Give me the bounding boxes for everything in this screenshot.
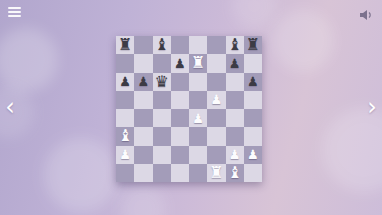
piece-black-bishop-g8[interactable]: ♝ bbox=[227, 37, 241, 53]
square-h8[interactable]: ♜ bbox=[244, 36, 262, 54]
square-f4[interactable] bbox=[207, 109, 225, 127]
square-b2[interactable] bbox=[134, 146, 152, 164]
square-a6[interactable]: ♟ bbox=[116, 73, 134, 91]
square-f3[interactable] bbox=[207, 127, 225, 145]
square-f7[interactable] bbox=[207, 54, 225, 72]
square-a8[interactable]: ♜ bbox=[116, 36, 134, 54]
square-a5[interactable] bbox=[116, 91, 134, 109]
piece-white-rook-e7[interactable]: ♜ bbox=[191, 55, 205, 71]
piece-white-rook-f1[interactable]: ♜ bbox=[209, 164, 223, 180]
piece-black-pawn-h6[interactable]: ♟ bbox=[247, 75, 259, 88]
square-d1[interactable] bbox=[171, 164, 189, 182]
square-c2[interactable] bbox=[153, 146, 171, 164]
piece-white-bishop-g1[interactable]: ♝ bbox=[227, 164, 241, 180]
square-c6[interactable]: ♛ bbox=[153, 73, 171, 91]
square-e2[interactable] bbox=[189, 146, 207, 164]
piece-white-pawn-f5[interactable]: ♟ bbox=[211, 93, 223, 106]
square-c7[interactable] bbox=[153, 54, 171, 72]
piece-black-pawn-a6[interactable]: ♟ bbox=[119, 75, 131, 88]
square-e6[interactable] bbox=[189, 73, 207, 91]
square-h2[interactable]: ♟ bbox=[244, 146, 262, 164]
square-a7[interactable] bbox=[116, 54, 134, 72]
piece-white-pawn-a2[interactable]: ♟ bbox=[119, 148, 131, 161]
square-h7[interactable] bbox=[244, 54, 262, 72]
square-d8[interactable] bbox=[171, 36, 189, 54]
bokeh-light bbox=[272, 10, 334, 72]
square-c4[interactable] bbox=[153, 109, 171, 127]
square-h4[interactable] bbox=[244, 109, 262, 127]
square-g8[interactable]: ♝ bbox=[226, 36, 244, 54]
square-e7[interactable]: ♜ bbox=[189, 54, 207, 72]
square-g3[interactable] bbox=[226, 127, 244, 145]
piece-white-pawn-e4[interactable]: ♟ bbox=[192, 111, 204, 124]
piece-black-queen-c6[interactable]: ♛ bbox=[154, 73, 168, 89]
square-g2[interactable]: ♟ bbox=[226, 146, 244, 164]
piece-black-rook-h8[interactable]: ♜ bbox=[246, 37, 260, 53]
square-e3[interactable] bbox=[189, 127, 207, 145]
square-b6[interactable]: ♟ bbox=[134, 73, 152, 91]
square-d7[interactable]: ♟ bbox=[171, 54, 189, 72]
next-puzzle-button[interactable]: › bbox=[365, 96, 379, 118]
square-f6[interactable] bbox=[207, 73, 225, 91]
square-b1[interactable] bbox=[134, 164, 152, 182]
prev-puzzle-button[interactable]: ‹ bbox=[3, 96, 17, 118]
square-a3[interactable]: ♝ bbox=[116, 127, 134, 145]
app-window: ‹ › ♜♝♝♜♟♜♟♟♟♛♟♟♟♝♟♟♟♜♝ bbox=[0, 0, 382, 215]
square-a1[interactable] bbox=[116, 164, 134, 182]
piece-black-pawn-b6[interactable]: ♟ bbox=[138, 75, 150, 88]
square-h1[interactable] bbox=[244, 164, 262, 182]
square-e4[interactable]: ♟ bbox=[189, 109, 207, 127]
bokeh-light bbox=[44, 138, 118, 212]
square-a2[interactable]: ♟ bbox=[116, 146, 134, 164]
piece-black-bishop-c8[interactable]: ♝ bbox=[154, 37, 168, 53]
square-f5[interactable]: ♟ bbox=[207, 91, 225, 109]
piece-white-bishop-a3[interactable]: ♝ bbox=[118, 128, 132, 144]
bokeh-light bbox=[0, 28, 58, 92]
square-b3[interactable] bbox=[134, 127, 152, 145]
square-g5[interactable] bbox=[226, 91, 244, 109]
piece-white-pawn-g2[interactable]: ♟ bbox=[229, 148, 241, 161]
square-d4[interactable] bbox=[171, 109, 189, 127]
menu-icon[interactable] bbox=[8, 7, 22, 18]
piece-black-rook-a8[interactable]: ♜ bbox=[118, 37, 132, 53]
square-h3[interactable] bbox=[244, 127, 262, 145]
square-h6[interactable]: ♟ bbox=[244, 73, 262, 91]
square-h5[interactable] bbox=[244, 91, 262, 109]
square-e5[interactable] bbox=[189, 91, 207, 109]
square-e8[interactable] bbox=[189, 36, 207, 54]
square-c8[interactable]: ♝ bbox=[153, 36, 171, 54]
square-c5[interactable] bbox=[153, 91, 171, 109]
square-g7[interactable]: ♟ bbox=[226, 54, 244, 72]
sound-icon[interactable] bbox=[360, 6, 374, 18]
square-a4[interactable] bbox=[116, 109, 134, 127]
chess-board: ♜♝♝♜♟♜♟♟♟♛♟♟♟♝♟♟♟♜♝ bbox=[116, 36, 262, 182]
square-g4[interactable] bbox=[226, 109, 244, 127]
square-d2[interactable] bbox=[171, 146, 189, 164]
square-b7[interactable] bbox=[134, 54, 152, 72]
square-b5[interactable] bbox=[134, 91, 152, 109]
square-e1[interactable] bbox=[189, 164, 207, 182]
square-f8[interactable] bbox=[207, 36, 225, 54]
square-b4[interactable] bbox=[134, 109, 152, 127]
bokeh-light bbox=[232, 0, 276, 28]
piece-black-pawn-g7[interactable]: ♟ bbox=[229, 56, 241, 69]
piece-black-pawn-d7[interactable]: ♟ bbox=[174, 56, 186, 69]
square-d6[interactable] bbox=[171, 73, 189, 91]
bokeh-light bbox=[120, 186, 166, 215]
square-d5[interactable] bbox=[171, 91, 189, 109]
square-d3[interactable] bbox=[171, 127, 189, 145]
square-g6[interactable] bbox=[226, 73, 244, 91]
square-f1[interactable]: ♜ bbox=[207, 164, 225, 182]
square-c3[interactable] bbox=[153, 127, 171, 145]
square-g1[interactable]: ♝ bbox=[226, 164, 244, 182]
square-b8[interactable] bbox=[134, 36, 152, 54]
square-f2[interactable] bbox=[207, 146, 225, 164]
piece-white-pawn-h2[interactable]: ♟ bbox=[247, 148, 259, 161]
square-c1[interactable] bbox=[153, 164, 171, 182]
